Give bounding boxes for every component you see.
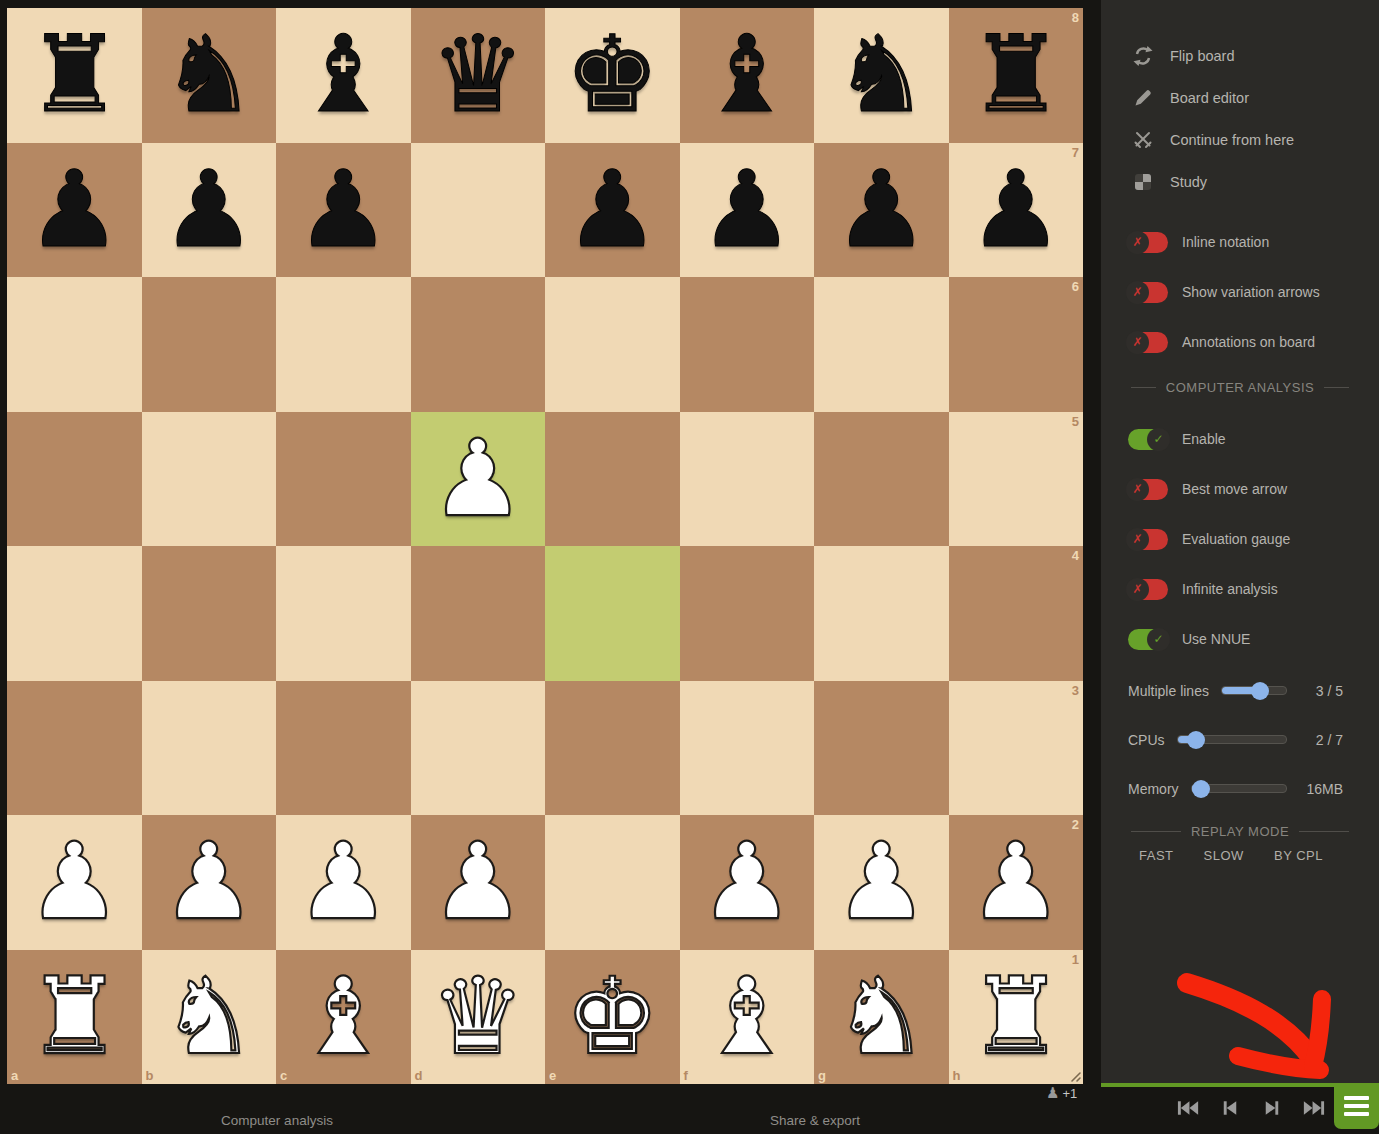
piece-black-pawn[interactable]: ♟ — [142, 143, 277, 278]
square-e6[interactable] — [545, 277, 680, 412]
toggle-annotations-on-board[interactable]: ✗ Annotations on board — [1101, 317, 1379, 367]
analysis-page: ♜♞♝♛♚♝♞8♜♟♟♟♟♟♟7♟6♟543♟♟♟♟♟♟2♟a♜b♞c♝d♛e♚… — [0, 0, 1379, 1134]
settings-menu: Flip board Board editor Continue from he… — [1101, 0, 1379, 1083]
section-title: COMPUTER ANALYSIS — [1166, 380, 1314, 395]
board-editor-button[interactable]: Board editor — [1101, 77, 1379, 119]
slider-track[interactable] — [1221, 686, 1287, 695]
replay-fast-option[interactable]: FAST — [1139, 848, 1174, 863]
piece-black-knight[interactable]: ♞ — [142, 8, 277, 143]
share-export-link[interactable]: Share & export — [705, 1113, 925, 1128]
chess-board: ♜♞♝♛♚♝♞8♜♟♟♟♟♟♟7♟6♟543♟♟♟♟♟♟2♟a♜b♞c♝d♛e♚… — [7, 8, 1083, 1084]
square-b1[interactable]: b♞ — [142, 950, 277, 1085]
square-c6[interactable] — [276, 277, 411, 412]
square-g2[interactable]: ♟ — [814, 815, 949, 950]
square-a8[interactable]: ♜ — [7, 8, 142, 143]
flip-icon — [1132, 45, 1154, 67]
menu-item-label: Continue from here — [1170, 132, 1294, 148]
piece-black-rook[interactable]: ♜ — [949, 8, 1084, 143]
toggle-use-nnue[interactable]: ✓ Use NNUE — [1101, 614, 1379, 664]
study-icon — [1132, 171, 1154, 193]
square-c3[interactable] — [276, 681, 411, 816]
piece-black-bishop[interactable]: ♝ — [680, 8, 815, 143]
replay-mode-header: REPLAY MODE — [1101, 824, 1379, 839]
piece-black-knight[interactable]: ♞ — [814, 8, 949, 143]
piece-white-pawn[interactable]: ♟ — [949, 815, 1084, 950]
piece-black-pawn[interactable]: ♟ — [276, 143, 411, 278]
toggle-enable[interactable]: ✓ Enable — [1101, 414, 1379, 464]
square-b8[interactable]: ♞ — [142, 8, 277, 143]
toggle-label: Show variation arrows — [1182, 284, 1320, 300]
square-c2[interactable]: ♟ — [276, 815, 411, 950]
square-f5[interactable] — [680, 412, 815, 547]
multiple-lines-slider[interactable]: Multiple lines 3 / 5 — [1101, 666, 1379, 715]
piece-black-pawn[interactable]: ♟ — [680, 143, 815, 278]
piece-black-queen[interactable]: ♛ — [411, 8, 546, 143]
piece-white-bishop[interactable]: ♝ — [680, 950, 815, 1085]
square-e5[interactable] — [545, 412, 680, 547]
square-g1[interactable]: g♞ — [814, 950, 949, 1085]
previous-move-button[interactable] — [1218, 1098, 1243, 1118]
piece-white-pawn[interactable]: ♟ — [680, 815, 815, 950]
square-a3[interactable] — [7, 681, 142, 816]
toggle-knob: ✓ — [1147, 428, 1170, 451]
square-g4[interactable] — [814, 546, 949, 681]
piece-black-pawn[interactable]: ♟ — [949, 143, 1084, 278]
menu-item-label: Board editor — [1170, 90, 1249, 106]
slider-label: CPUs — [1128, 732, 1165, 748]
slider-knob[interactable] — [1187, 731, 1205, 749]
square-e1[interactable]: e♚ — [545, 950, 680, 1085]
piece-white-rook[interactable]: ♜ — [949, 950, 1084, 1085]
skip-last-icon — [1301, 1098, 1326, 1118]
square-d4[interactable] — [411, 546, 546, 681]
section-title: REPLAY MODE — [1191, 824, 1289, 839]
square-h8[interactable]: 8♜ — [949, 8, 1084, 143]
slider-value: 2 / 7 — [1299, 732, 1343, 748]
square-d2[interactable]: ♟ — [411, 815, 546, 950]
study-button[interactable]: Study — [1101, 161, 1379, 203]
square-a4[interactable] — [7, 546, 142, 681]
toggle-switch[interactable]: ✓ — [1128, 429, 1168, 450]
square-d6[interactable] — [411, 277, 546, 412]
square-c1[interactable]: c♝ — [276, 950, 411, 1085]
square-f8[interactable]: ♝ — [680, 8, 815, 143]
analysis-sliders: Multiple lines 3 / 5 CPUs 2 / 7 Memory — [1101, 666, 1379, 813]
next-move-button[interactable] — [1259, 1098, 1284, 1118]
square-g5[interactable] — [814, 412, 949, 547]
piece-white-bishop[interactable]: ♝ — [276, 950, 411, 1085]
square-d7[interactable] — [411, 143, 546, 278]
continue-from-here-button[interactable]: Continue from here — [1101, 119, 1379, 161]
piece-white-queen[interactable]: ♛ — [411, 950, 546, 1085]
toggle-show-variation-arrows[interactable]: ✗ Show variation arrows — [1101, 267, 1379, 317]
display-toggles: ✗ Inline notation ✗ Show variation arrow… — [1101, 217, 1379, 367]
piece-white-pawn[interactable]: ♟ — [411, 412, 546, 547]
square-g7[interactable]: ♟ — [814, 143, 949, 278]
toggle-switch[interactable]: ✗ — [1128, 282, 1168, 303]
square-h3[interactable]: 3 — [949, 681, 1084, 816]
square-a7[interactable]: ♟ — [7, 143, 142, 278]
hamburger-menu-button[interactable] — [1334, 1083, 1379, 1129]
toggle-switch[interactable]: ✓ — [1128, 629, 1168, 650]
square-d3[interactable] — [411, 681, 546, 816]
piece-black-rook[interactable]: ♜ — [7, 8, 142, 143]
square-f4[interactable] — [680, 546, 815, 681]
piece-black-pawn[interactable]: ♟ — [7, 143, 142, 278]
pawn-icon: ♟ — [1046, 1086, 1059, 1101]
slider-value: 16MB — [1299, 781, 1343, 797]
toggle-label: Use NNUE — [1182, 631, 1250, 647]
slider-track[interactable] — [1177, 735, 1287, 744]
rank-label-5: 5 — [1072, 415, 1079, 428]
square-g6[interactable] — [814, 277, 949, 412]
slider-knob[interactable] — [1192, 780, 1210, 798]
square-g3[interactable] — [814, 681, 949, 816]
computer-analysis-link[interactable]: Computer analysis — [167, 1113, 387, 1128]
square-a1[interactable]: a♜ — [7, 950, 142, 1085]
toggle-label: Inline notation — [1182, 234, 1269, 250]
square-e8[interactable]: ♚ — [545, 8, 680, 143]
menu-item-label: Study — [1170, 174, 1207, 190]
computer-analysis-header: COMPUTER ANALYSIS — [1101, 380, 1379, 395]
piece-white-pawn[interactable]: ♟ — [276, 815, 411, 950]
toggle-knob: ✗ — [1126, 281, 1149, 304]
toggle-infinite-analysis[interactable]: ✗ Infinite analysis — [1101, 564, 1379, 614]
active-menu-underline — [1101, 1083, 1334, 1087]
square-e4[interactable] — [545, 546, 680, 681]
square-e3[interactable] — [545, 681, 680, 816]
piece-black-pawn[interactable]: ♟ — [814, 143, 949, 278]
slider-label: Multiple lines — [1128, 683, 1209, 699]
square-c4[interactable] — [276, 546, 411, 681]
square-d5[interactable]: ♟ — [411, 412, 546, 547]
menu-item-label: Flip board — [1170, 48, 1234, 64]
menu-actions: Flip board Board editor Continue from he… — [1101, 35, 1379, 203]
rank-label-4: 4 — [1072, 549, 1079, 562]
piece-white-knight[interactable]: ♞ — [814, 950, 949, 1085]
square-e2[interactable] — [545, 815, 680, 950]
toggle-label: Annotations on board — [1182, 334, 1315, 350]
square-h2[interactable]: 2♟ — [949, 815, 1084, 950]
square-e7[interactable]: ♟ — [545, 143, 680, 278]
toggle-knob: ✗ — [1126, 331, 1149, 354]
toggle-knob: ✗ — [1126, 578, 1149, 601]
square-b5[interactable] — [142, 412, 277, 547]
square-b4[interactable] — [142, 546, 277, 681]
square-f3[interactable] — [680, 681, 815, 816]
toggle-label: Infinite analysis — [1182, 581, 1278, 597]
slider-track[interactable] — [1191, 784, 1287, 793]
square-b6[interactable] — [142, 277, 277, 412]
material-value: +1 — [1062, 1086, 1077, 1101]
piece-white-pawn[interactable]: ♟ — [7, 815, 142, 950]
piece-white-pawn[interactable]: ♟ — [411, 815, 546, 950]
square-h6[interactable]: 6 — [949, 277, 1084, 412]
toggle-knob: ✓ — [1147, 628, 1170, 651]
skip-first-icon — [1176, 1098, 1201, 1118]
square-a6[interactable] — [7, 277, 142, 412]
square-a2[interactable]: ♟ — [7, 815, 142, 950]
rank-label-3: 3 — [1072, 684, 1079, 697]
square-b7[interactable]: ♟ — [142, 143, 277, 278]
square-d1[interactable]: d♛ — [411, 950, 546, 1085]
square-c5[interactable] — [276, 412, 411, 547]
square-c8[interactable]: ♝ — [276, 8, 411, 143]
toggle-label: Enable — [1182, 431, 1226, 447]
toggle-knob: ✗ — [1126, 478, 1149, 501]
board-resize-handle[interactable] — [1068, 1069, 1082, 1083]
piece-white-rook[interactable]: ♜ — [7, 950, 142, 1085]
piece-white-pawn[interactable]: ♟ — [142, 815, 277, 950]
toggle-switch[interactable]: ✗ — [1128, 232, 1168, 253]
replay-mode-options: FAST SLOW BY CPL — [1101, 848, 1379, 863]
last-move-button[interactable] — [1301, 1098, 1326, 1118]
piece-white-king[interactable]: ♚ — [545, 950, 680, 1085]
square-f7[interactable]: ♟ — [680, 143, 815, 278]
move-navigation — [1168, 1089, 1334, 1126]
memory-slider[interactable]: Memory 16MB — [1101, 764, 1379, 813]
replay-by-cpl-option[interactable]: BY CPL — [1274, 848, 1323, 863]
piece-white-knight[interactable]: ♞ — [142, 950, 277, 1085]
square-d8[interactable]: ♛ — [411, 8, 546, 143]
square-f2[interactable]: ♟ — [680, 815, 815, 950]
square-h7[interactable]: 7♟ — [949, 143, 1084, 278]
next-icon — [1259, 1098, 1284, 1118]
square-h1[interactable]: 1h♜ — [949, 950, 1084, 1085]
toggle-best-move-arrow[interactable]: ✗ Best move arrow — [1101, 464, 1379, 514]
square-g8[interactable]: ♞ — [814, 8, 949, 143]
toggle-switch[interactable]: ✗ — [1128, 332, 1168, 353]
piece-white-pawn[interactable]: ♟ — [814, 815, 949, 950]
previous-icon — [1218, 1098, 1243, 1118]
square-f1[interactable]: f♝ — [680, 950, 815, 1085]
toggle-evaluation-gauge[interactable]: ✗ Evaluation gauge — [1101, 514, 1379, 564]
toggle-label: Evaluation gauge — [1182, 531, 1290, 547]
square-b3[interactable] — [142, 681, 277, 816]
piece-black-bishop[interactable]: ♝ — [276, 8, 411, 143]
square-h4[interactable]: 4 — [949, 546, 1084, 681]
toggle-knob: ✗ — [1126, 528, 1149, 551]
toggle-switch[interactable]: ✗ — [1128, 529, 1168, 550]
crossed-swords-icon — [1132, 129, 1154, 151]
first-move-button[interactable] — [1176, 1098, 1201, 1118]
square-h5[interactable]: 5 — [949, 412, 1084, 547]
material-balance: ♟ +1 — [1046, 1086, 1077, 1101]
toggle-inline-notation[interactable]: ✗ Inline notation — [1101, 217, 1379, 267]
rank-label-6: 6 — [1072, 280, 1079, 293]
pencil-icon — [1132, 87, 1154, 109]
replay-slow-option[interactable]: SLOW — [1204, 848, 1244, 863]
hamburger-menu-icon — [1344, 1096, 1369, 1100]
toggle-switch[interactable]: ✗ — [1128, 579, 1168, 600]
toggle-label: Best move arrow — [1182, 481, 1287, 497]
piece-black-pawn[interactable]: ♟ — [545, 143, 680, 278]
slider-value: 3 / 5 — [1299, 683, 1343, 699]
cpus-slider[interactable]: CPUs 2 / 7 — [1101, 715, 1379, 764]
square-c7[interactable]: ♟ — [276, 143, 411, 278]
square-a5[interactable] — [7, 412, 142, 547]
toggle-knob: ✗ — [1126, 231, 1149, 254]
slider-label: Memory — [1128, 781, 1179, 797]
toggle-switch[interactable]: ✗ — [1128, 479, 1168, 500]
flip-board-button[interactable]: Flip board — [1101, 35, 1379, 77]
piece-black-king[interactable]: ♚ — [545, 8, 680, 143]
slider-knob[interactable] — [1251, 682, 1269, 700]
square-b2[interactable]: ♟ — [142, 815, 277, 950]
analysis-toggles: ✓ Enable ✗ Best move arrow ✗ Evaluation … — [1101, 414, 1379, 664]
square-f6[interactable] — [680, 277, 815, 412]
